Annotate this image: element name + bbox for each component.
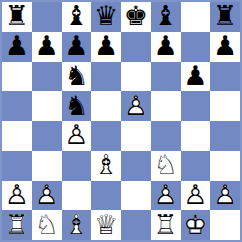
- pawn-outline-glyph: ♙: [64, 121, 88, 148]
- square-c4[interactable]: ♟♙: [62, 121, 92, 151]
- piece-black-rook[interactable]: ♜: [210, 2, 240, 32]
- square-h4[interactable]: [210, 121, 240, 151]
- square-e8[interactable]: ♚: [121, 2, 151, 32]
- square-d6[interactable]: [91, 62, 121, 92]
- square-a7[interactable]: ♟: [2, 32, 32, 62]
- piece-black-pawn[interactable]: ♟: [181, 62, 211, 92]
- square-a3[interactable]: [2, 151, 32, 181]
- queen-outline-glyph: ♕: [94, 211, 118, 238]
- piece-black-pawn[interactable]: ♟: [151, 32, 181, 62]
- square-b3[interactable]: [32, 151, 62, 181]
- square-f6[interactable]: [151, 62, 181, 92]
- piece-white-king[interactable]: ♚♔: [181, 210, 211, 240]
- piece-black-queen[interactable]: ♛: [91, 2, 121, 32]
- rook-outline-glyph: ♖: [154, 211, 178, 238]
- pawn-glyph: ♟: [213, 32, 237, 59]
- pawn-outline-glyph: ♙: [154, 181, 178, 208]
- rook-outline-glyph: ♖: [5, 211, 29, 238]
- square-a2[interactable]: ♟♙: [2, 181, 32, 211]
- square-h2[interactable]: ♟♙: [210, 181, 240, 211]
- pawn-outline-glyph: ♙: [183, 181, 207, 208]
- square-f7[interactable]: ♟: [151, 32, 181, 62]
- piece-black-pawn[interactable]: ♟: [210, 32, 240, 62]
- piece-white-bishop[interactable]: ♝♗: [62, 210, 92, 240]
- piece-white-knight[interactable]: ♞♘: [32, 210, 62, 240]
- square-a6[interactable]: [2, 62, 32, 92]
- piece-black-pawn[interactable]: ♟: [91, 32, 121, 62]
- bishop-outline-glyph: ♗: [94, 151, 118, 178]
- square-f5[interactable]: [151, 91, 181, 121]
- square-f2[interactable]: ♟♙: [151, 181, 181, 211]
- square-d5[interactable]: [91, 91, 121, 121]
- knight-glyph: ♞: [64, 92, 88, 119]
- piece-black-rook[interactable]: ♜: [2, 2, 32, 32]
- pawn-glyph: ♟: [154, 32, 178, 59]
- square-d4[interactable]: [91, 121, 121, 151]
- square-b2[interactable]: ♟♙: [32, 181, 62, 211]
- square-e6[interactable]: [121, 62, 151, 92]
- rook-glyph: ♜: [5, 2, 29, 29]
- square-f4[interactable]: [151, 121, 181, 151]
- piece-white-pawn[interactable]: ♟♙: [210, 181, 240, 211]
- square-e4[interactable]: [121, 121, 151, 151]
- piece-black-king[interactable]: ♚: [121, 2, 151, 32]
- square-f8[interactable]: ♝: [151, 2, 181, 32]
- bishop-glyph: ♝: [154, 2, 178, 29]
- pawn-glyph: ♟: [5, 32, 29, 59]
- square-h7[interactable]: ♟: [210, 32, 240, 62]
- square-h8[interactable]: ♜: [210, 2, 240, 32]
- pawn-outline-glyph: ♙: [35, 181, 59, 208]
- square-f3[interactable]: ♞♘: [151, 151, 181, 181]
- square-g2[interactable]: ♟♙: [181, 181, 211, 211]
- pawn-outline-glyph: ♙: [124, 92, 148, 119]
- piece-black-pawn[interactable]: ♟: [62, 32, 92, 62]
- square-c8[interactable]: ♝: [62, 2, 92, 32]
- pawn-outline-glyph: ♙: [213, 181, 237, 208]
- piece-white-rook[interactable]: ♜♖: [151, 210, 181, 240]
- piece-white-pawn[interactable]: ♟♙: [151, 181, 181, 211]
- square-c5[interactable]: ♞: [62, 91, 92, 121]
- square-a4[interactable]: [2, 121, 32, 151]
- square-d3[interactable]: ♝♗: [91, 151, 121, 181]
- piece-white-knight[interactable]: ♞♘: [151, 151, 181, 181]
- square-c7[interactable]: ♟: [62, 32, 92, 62]
- piece-black-knight[interactable]: ♞: [62, 62, 92, 92]
- square-b1[interactable]: ♞♘: [32, 210, 62, 240]
- square-g3[interactable]: [181, 151, 211, 181]
- square-d1[interactable]: ♛♕: [91, 210, 121, 240]
- square-b6[interactable]: [32, 62, 62, 92]
- square-b5[interactable]: [32, 91, 62, 121]
- square-e7[interactable]: [121, 32, 151, 62]
- pawn-outline-glyph: ♙: [5, 181, 29, 208]
- king-glyph: ♚: [124, 2, 148, 29]
- piece-black-knight[interactable]: ♞: [62, 91, 92, 121]
- pawn-glyph: ♟: [94, 32, 118, 59]
- chess-board: ♜♝♛♚♝♜♟♟♟♟♟♟♞♟♞♟♙♟♙♝♗♞♘♟♙♟♙♟♙♟♙♟♙♜♖♞♘♝♗♛…: [0, 0, 242, 242]
- square-e3[interactable]: [121, 151, 151, 181]
- piece-white-rook[interactable]: ♜♖: [2, 210, 32, 240]
- piece-white-pawn[interactable]: ♟♙: [62, 121, 92, 151]
- square-d7[interactable]: ♟: [91, 32, 121, 62]
- king-outline-glyph: ♔: [183, 211, 207, 238]
- square-d2[interactable]: [91, 181, 121, 211]
- square-a5[interactable]: [2, 91, 32, 121]
- queen-glyph: ♛: [94, 2, 118, 29]
- piece-white-pawn[interactable]: ♟♙: [181, 181, 211, 211]
- pawn-glyph: ♟: [183, 62, 207, 89]
- square-b4[interactable]: [32, 121, 62, 151]
- square-h5[interactable]: [210, 91, 240, 121]
- knight-glyph: ♞: [64, 62, 88, 89]
- square-c3[interactable]: [62, 151, 92, 181]
- square-g1[interactable]: ♚♔: [181, 210, 211, 240]
- square-h6[interactable]: [210, 62, 240, 92]
- piece-white-pawn[interactable]: ♟♙: [2, 181, 32, 211]
- bishop-outline-glyph: ♗: [64, 211, 88, 238]
- square-c2[interactable]: [62, 181, 92, 211]
- piece-black-pawn[interactable]: ♟: [32, 32, 62, 62]
- pawn-glyph: ♟: [35, 32, 59, 59]
- pawn-glyph: ♟: [64, 32, 88, 59]
- square-g7[interactable]: [181, 32, 211, 62]
- piece-black-bishop[interactable]: ♝: [62, 2, 92, 32]
- knight-outline-glyph: ♘: [154, 151, 178, 178]
- square-f1[interactable]: ♜♖: [151, 210, 181, 240]
- square-d8[interactable]: ♛: [91, 2, 121, 32]
- square-g6[interactable]: ♟: [181, 62, 211, 92]
- bishop-glyph: ♝: [64, 2, 88, 29]
- square-c1[interactable]: ♝♗: [62, 210, 92, 240]
- knight-outline-glyph: ♘: [35, 211, 59, 238]
- square-h1[interactable]: [210, 210, 240, 240]
- square-g8[interactable]: [181, 2, 211, 32]
- square-e1[interactable]: [121, 210, 151, 240]
- square-a1[interactable]: ♜♖: [2, 210, 32, 240]
- piece-white-pawn[interactable]: ♟♙: [121, 91, 151, 121]
- piece-white-pawn[interactable]: ♟♙: [32, 181, 62, 211]
- square-e5[interactable]: ♟♙: [121, 91, 151, 121]
- square-g4[interactable]: [181, 121, 211, 151]
- rook-glyph: ♜: [213, 2, 237, 29]
- square-e2[interactable]: [121, 181, 151, 211]
- square-c6[interactable]: ♞: [62, 62, 92, 92]
- piece-white-queen[interactable]: ♛♕: [91, 210, 121, 240]
- piece-white-bishop[interactable]: ♝♗: [91, 151, 121, 181]
- piece-black-bishop[interactable]: ♝: [151, 2, 181, 32]
- square-a8[interactable]: ♜: [2, 2, 32, 32]
- square-b8[interactable]: [32, 2, 62, 32]
- square-b7[interactable]: ♟: [32, 32, 62, 62]
- square-h3[interactable]: [210, 151, 240, 181]
- square-g5[interactable]: [181, 91, 211, 121]
- piece-black-pawn[interactable]: ♟: [2, 32, 32, 62]
